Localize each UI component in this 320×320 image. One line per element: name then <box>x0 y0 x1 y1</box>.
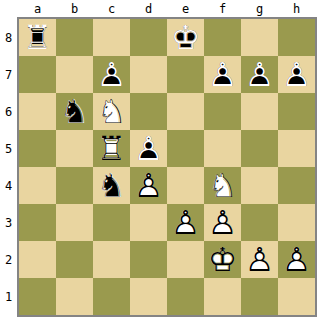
rank-label-5: 5 <box>0 130 17 167</box>
square-d8[interactable] <box>130 19 167 56</box>
square-f5[interactable] <box>204 130 241 167</box>
rank-label-4: 4 <box>0 167 17 204</box>
square-g8[interactable] <box>241 19 278 56</box>
rank-label-7: 7 <box>0 56 17 93</box>
piece-white-pawn[interactable]: ♟♙ <box>130 167 167 204</box>
piece-black-pawn[interactable]: ♟♙ <box>241 56 278 93</box>
square-h8[interactable] <box>278 19 315 56</box>
piece-white-rook[interactable]: ♜♖ <box>93 130 130 167</box>
white-rook-detail-icon: ♖ <box>93 130 130 167</box>
square-f8[interactable] <box>204 19 241 56</box>
square-d6[interactable] <box>130 93 167 130</box>
square-c1[interactable] <box>93 278 130 315</box>
square-d7[interactable] <box>130 56 167 93</box>
file-label-a: a <box>19 0 56 17</box>
square-e6[interactable] <box>167 93 204 130</box>
square-h1[interactable] <box>278 278 315 315</box>
rank-labels: 87654321 <box>0 19 17 315</box>
square-d2[interactable] <box>130 241 167 278</box>
piece-black-king[interactable]: ♚♔ <box>167 19 204 56</box>
piece-black-rook[interactable]: ♜♖ <box>19 19 56 56</box>
file-label-e: e <box>167 0 204 17</box>
square-a8[interactable]: ♜♖ <box>19 19 56 56</box>
chess-board-page: abcdefgh 87654321 ♜♖♚♔♟♙♟♙♟♙♟♙♞♘♞♘♜♖♟♙♞♘… <box>0 0 320 320</box>
square-c6[interactable]: ♞♘ <box>93 93 130 130</box>
square-g5[interactable] <box>241 130 278 167</box>
piece-black-pawn[interactable]: ♟♙ <box>278 56 315 93</box>
square-b6[interactable]: ♞♘ <box>56 93 93 130</box>
square-a7[interactable] <box>19 56 56 93</box>
square-a1[interactable] <box>19 278 56 315</box>
square-g2[interactable]: ♟♙ <box>241 241 278 278</box>
black-pawn-detail-icon: ♙ <box>278 56 315 93</box>
square-h5[interactable] <box>278 130 315 167</box>
square-h4[interactable] <box>278 167 315 204</box>
file-label-c: c <box>93 0 130 17</box>
black-pawn-detail-icon: ♙ <box>93 56 130 93</box>
square-a2[interactable] <box>19 241 56 278</box>
piece-white-pawn[interactable]: ♟♙ <box>204 204 241 241</box>
square-c5[interactable]: ♜♖ <box>93 130 130 167</box>
piece-white-knight[interactable]: ♞♘ <box>204 167 241 204</box>
square-f6[interactable] <box>204 93 241 130</box>
square-e4[interactable] <box>167 167 204 204</box>
piece-white-pawn[interactable]: ♟♙ <box>278 241 315 278</box>
square-e5[interactable] <box>167 130 204 167</box>
square-b2[interactable] <box>56 241 93 278</box>
square-a5[interactable] <box>19 130 56 167</box>
square-e7[interactable] <box>167 56 204 93</box>
white-pawn-detail-icon: ♙ <box>167 204 204 241</box>
piece-black-knight[interactable]: ♞♘ <box>93 167 130 204</box>
piece-white-pawn[interactable]: ♟♙ <box>167 204 204 241</box>
square-f1[interactable] <box>204 278 241 315</box>
piece-black-pawn[interactable]: ♟♙ <box>93 56 130 93</box>
white-pawn-detail-icon: ♙ <box>241 241 278 278</box>
black-king-detail-icon: ♔ <box>167 19 204 56</box>
white-pawn-detail-icon: ♙ <box>278 241 315 278</box>
square-g1[interactable] <box>241 278 278 315</box>
black-pawn-detail-icon: ♙ <box>241 56 278 93</box>
white-pawn-detail-icon: ♙ <box>130 167 167 204</box>
file-label-d: d <box>130 0 167 17</box>
square-c3[interactable] <box>93 204 130 241</box>
piece-black-pawn[interactable]: ♟♙ <box>204 56 241 93</box>
square-e2[interactable] <box>167 241 204 278</box>
square-b4[interactable] <box>56 167 93 204</box>
file-label-f: f <box>204 0 241 17</box>
square-d1[interactable] <box>130 278 167 315</box>
square-c7[interactable]: ♟♙ <box>93 56 130 93</box>
file-label-g: g <box>241 0 278 17</box>
piece-black-pawn[interactable]: ♟♙ <box>130 130 167 167</box>
black-knight-detail-icon: ♘ <box>56 93 93 130</box>
chess-board: ♜♖♚♔♟♙♟♙♟♙♟♙♞♘♞♘♜♖♟♙♞♘♟♙♞♘♟♙♟♙♚♔♟♙♟♙ <box>17 17 317 317</box>
square-e1[interactable] <box>167 278 204 315</box>
white-pawn-detail-icon: ♙ <box>204 204 241 241</box>
square-b5[interactable] <box>56 130 93 167</box>
square-b1[interactable] <box>56 278 93 315</box>
black-rook-detail-icon: ♖ <box>19 19 56 56</box>
file-label-b: b <box>56 0 93 17</box>
rank-label-3: 3 <box>0 204 17 241</box>
piece-white-king[interactable]: ♚♔ <box>204 241 241 278</box>
square-a4[interactable] <box>19 167 56 204</box>
black-pawn-detail-icon: ♙ <box>130 130 167 167</box>
square-f2[interactable]: ♚♔ <box>204 241 241 278</box>
square-h6[interactable] <box>278 93 315 130</box>
square-g3[interactable] <box>241 204 278 241</box>
piece-white-knight[interactable]: ♞♘ <box>93 93 130 130</box>
square-h3[interactable] <box>278 204 315 241</box>
square-g7[interactable]: ♟♙ <box>241 56 278 93</box>
square-b3[interactable] <box>56 204 93 241</box>
square-f3[interactable]: ♟♙ <box>204 204 241 241</box>
black-pawn-detail-icon: ♙ <box>204 56 241 93</box>
piece-white-pawn[interactable]: ♟♙ <box>241 241 278 278</box>
piece-black-knight[interactable]: ♞♘ <box>56 93 93 130</box>
rank-label-6: 6 <box>0 93 17 130</box>
square-f4[interactable]: ♞♘ <box>204 167 241 204</box>
square-e8[interactable]: ♚♔ <box>167 19 204 56</box>
square-e3[interactable]: ♟♙ <box>167 204 204 241</box>
file-labels: abcdefgh <box>19 0 315 17</box>
rank-label-8: 8 <box>0 19 17 56</box>
square-c2[interactable] <box>93 241 130 278</box>
file-label-h: h <box>278 0 315 17</box>
rank-label-2: 2 <box>0 241 17 278</box>
white-knight-detail-icon: ♘ <box>93 93 130 130</box>
square-d3[interactable] <box>130 204 167 241</box>
square-g4[interactable] <box>241 167 278 204</box>
black-knight-detail-icon: ♘ <box>93 167 130 204</box>
white-knight-detail-icon: ♘ <box>204 167 241 204</box>
white-king-detail-icon: ♔ <box>204 241 241 278</box>
square-a3[interactable] <box>19 204 56 241</box>
square-b8[interactable] <box>56 19 93 56</box>
square-c4[interactable]: ♞♘ <box>93 167 130 204</box>
square-b7[interactable] <box>56 56 93 93</box>
rank-label-1: 1 <box>0 278 17 315</box>
square-c8[interactable] <box>93 19 130 56</box>
square-f7[interactable]: ♟♙ <box>204 56 241 93</box>
square-h2[interactable]: ♟♙ <box>278 241 315 278</box>
square-h7[interactable]: ♟♙ <box>278 56 315 93</box>
square-g6[interactable] <box>241 93 278 130</box>
square-a6[interactable] <box>19 93 56 130</box>
square-d5[interactable]: ♟♙ <box>130 130 167 167</box>
square-d4[interactable]: ♟♙ <box>130 167 167 204</box>
